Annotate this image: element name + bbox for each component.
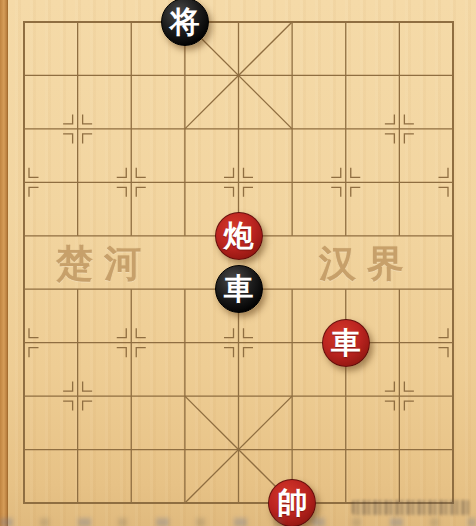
intersection-7-8[interactable] bbox=[373, 423, 427, 476]
intersection-7-1[interactable] bbox=[373, 49, 427, 102]
intersection-7-7[interactable] bbox=[373, 369, 427, 422]
intersection-8-4[interactable] bbox=[426, 209, 476, 262]
intersection-5-4[interactable] bbox=[265, 209, 319, 262]
intersection-0-2[interactable] bbox=[0, 102, 51, 155]
intersection-4-0[interactable] bbox=[212, 0, 266, 49]
intersection-0-3[interactable] bbox=[0, 156, 51, 209]
intersection-4-4[interactable]: 炮 bbox=[212, 209, 266, 262]
intersection-6-5[interactable] bbox=[319, 262, 373, 315]
intersection-7-2[interactable] bbox=[373, 102, 427, 155]
intersection-0-5[interactable] bbox=[0, 262, 51, 315]
intersection-8-5[interactable] bbox=[426, 262, 476, 315]
intersection-6-1[interactable] bbox=[319, 49, 373, 102]
intersection-1-1[interactable] bbox=[51, 49, 105, 102]
intersection-7-0[interactable] bbox=[373, 0, 427, 49]
intersection-5-8[interactable] bbox=[265, 423, 319, 476]
piece-red-cannon[interactable]: 炮 bbox=[215, 212, 263, 260]
intersection-3-4[interactable] bbox=[158, 209, 212, 262]
intersection-0-4[interactable] bbox=[0, 209, 51, 262]
intersection-8-2[interactable] bbox=[426, 102, 476, 155]
intersection-5-2[interactable] bbox=[265, 102, 319, 155]
intersection-1-4[interactable] bbox=[51, 209, 105, 262]
intersection-4-3[interactable] bbox=[212, 156, 266, 209]
intersection-5-7[interactable] bbox=[265, 369, 319, 422]
intersection-5-6[interactable] bbox=[265, 316, 319, 369]
intersection-3-5[interactable] bbox=[158, 262, 212, 315]
intersection-8-6[interactable] bbox=[426, 316, 476, 369]
intersection-8-8[interactable] bbox=[426, 423, 476, 476]
intersection-6-0[interactable] bbox=[319, 0, 373, 49]
intersection-2-3[interactable] bbox=[104, 156, 158, 209]
intersection-7-4[interactable] bbox=[373, 209, 427, 262]
intersection-3-0[interactable]: 将 bbox=[158, 0, 212, 49]
intersection-0-8[interactable] bbox=[0, 423, 51, 476]
piece-black-general[interactable]: 将 bbox=[161, 0, 209, 46]
intersection-3-1[interactable] bbox=[158, 49, 212, 102]
intersection-5-0[interactable] bbox=[265, 0, 319, 49]
intersection-1-8[interactable] bbox=[51, 423, 105, 476]
intersection-7-6[interactable] bbox=[373, 316, 427, 369]
intersection-3-8[interactable] bbox=[158, 423, 212, 476]
intersection-6-6[interactable]: 車 bbox=[319, 316, 373, 369]
intersection-7-3[interactable] bbox=[373, 156, 427, 209]
intersection-1-5[interactable] bbox=[51, 262, 105, 315]
intersection-1-7[interactable] bbox=[51, 369, 105, 422]
intersection-5-3[interactable] bbox=[265, 156, 319, 209]
intersection-8-0[interactable] bbox=[426, 0, 476, 49]
intersection-4-1[interactable] bbox=[212, 49, 266, 102]
intersection-6-4[interactable] bbox=[319, 209, 373, 262]
pieces-layer: 将炮車車帥 bbox=[0, 0, 476, 526]
intersection-1-2[interactable] bbox=[51, 102, 105, 155]
intersection-4-5[interactable]: 車 bbox=[212, 262, 266, 315]
intersection-1-6[interactable] bbox=[51, 316, 105, 369]
intersection-2-2[interactable] bbox=[104, 102, 158, 155]
intersection-5-1[interactable] bbox=[265, 49, 319, 102]
intersection-4-7[interactable] bbox=[212, 369, 266, 422]
intersection-2-6[interactable] bbox=[104, 316, 158, 369]
intersection-0-0[interactable] bbox=[0, 0, 51, 49]
xiangqi-board: 楚河 汉界 将炮車車帥 bbox=[0, 0, 476, 526]
blurred-watermark bbox=[352, 500, 470, 515]
intersection-1-0[interactable] bbox=[51, 0, 105, 49]
intersection-2-7[interactable] bbox=[104, 369, 158, 422]
intersection-6-3[interactable] bbox=[319, 156, 373, 209]
intersection-2-8[interactable] bbox=[104, 423, 158, 476]
intersection-4-8[interactable] bbox=[212, 423, 266, 476]
intersection-5-5[interactable] bbox=[265, 262, 319, 315]
intersection-4-2[interactable] bbox=[212, 102, 266, 155]
intersection-1-3[interactable] bbox=[51, 156, 105, 209]
intersection-6-7[interactable] bbox=[319, 369, 373, 422]
intersection-3-3[interactable] bbox=[158, 156, 212, 209]
intersection-8-3[interactable] bbox=[426, 156, 476, 209]
intersection-2-5[interactable] bbox=[104, 262, 158, 315]
piece-black-chariot[interactable]: 車 bbox=[215, 265, 263, 313]
intersection-2-1[interactable] bbox=[104, 49, 158, 102]
piece-red-chariot[interactable]: 車 bbox=[322, 319, 370, 367]
intersection-0-7[interactable] bbox=[0, 369, 51, 422]
intersection-2-4[interactable] bbox=[104, 209, 158, 262]
intersection-7-5[interactable] bbox=[373, 262, 427, 315]
intersection-4-6[interactable] bbox=[212, 316, 266, 369]
intersection-3-6[interactable] bbox=[158, 316, 212, 369]
intersection-6-2[interactable] bbox=[319, 102, 373, 155]
intersection-3-7[interactable] bbox=[158, 369, 212, 422]
intersection-0-6[interactable] bbox=[0, 316, 51, 369]
intersection-0-1[interactable] bbox=[0, 49, 51, 102]
intersection-6-8[interactable] bbox=[319, 423, 373, 476]
intersection-8-7[interactable] bbox=[426, 369, 476, 422]
intersection-2-0[interactable] bbox=[104, 0, 158, 49]
intersection-8-1[interactable] bbox=[426, 49, 476, 102]
intersection-3-2[interactable] bbox=[158, 102, 212, 155]
bottom-edge-smudge bbox=[0, 518, 476, 526]
